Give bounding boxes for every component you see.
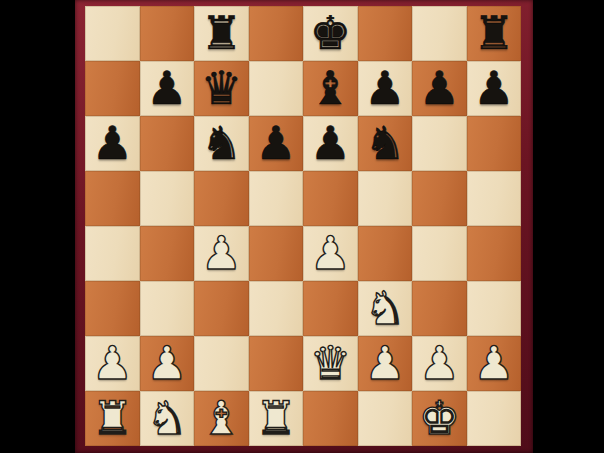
square-b7[interactable]: ♟ <box>140 61 195 116</box>
chess-board: ♜♚♜♟♛♝♟♟♟♟♞♟♟♞♟♟♞♟♟♛♟♟♟♜♞♝♜♚ <box>85 6 521 446</box>
black-knight-piece: ♞ <box>364 120 405 166</box>
black-pawn-piece: ♟ <box>310 120 351 166</box>
square-h7[interactable]: ♟ <box>467 61 522 116</box>
white-pawn-piece: ♟ <box>364 340 405 386</box>
square-e5[interactable] <box>303 171 358 226</box>
white-pawn-piece: ♟ <box>146 340 187 386</box>
white-rook-piece: ♜ <box>92 395 133 441</box>
square-c4[interactable]: ♟ <box>194 226 249 281</box>
square-h2[interactable]: ♟ <box>467 336 522 391</box>
square-a5[interactable] <box>85 171 140 226</box>
square-e7[interactable]: ♝ <box>303 61 358 116</box>
square-e1[interactable] <box>303 391 358 446</box>
square-a4[interactable] <box>85 226 140 281</box>
square-f8[interactable] <box>358 6 413 61</box>
square-b1[interactable]: ♞ <box>140 391 195 446</box>
black-pawn-piece: ♟ <box>473 65 514 111</box>
square-c3[interactable] <box>194 281 249 336</box>
square-c2[interactable] <box>194 336 249 391</box>
square-h1[interactable] <box>467 391 522 446</box>
square-d3[interactable] <box>249 281 304 336</box>
square-b2[interactable]: ♟ <box>140 336 195 391</box>
square-d8[interactable] <box>249 6 304 61</box>
square-f3[interactable]: ♞ <box>358 281 413 336</box>
black-pawn-piece: ♟ <box>364 65 405 111</box>
white-pawn-piece: ♟ <box>310 230 351 276</box>
square-a6[interactable]: ♟ <box>85 116 140 171</box>
square-c6[interactable]: ♞ <box>194 116 249 171</box>
black-rook-piece: ♜ <box>473 10 514 56</box>
square-a8[interactable] <box>85 6 140 61</box>
square-g2[interactable]: ♟ <box>412 336 467 391</box>
square-d4[interactable] <box>249 226 304 281</box>
square-b3[interactable] <box>140 281 195 336</box>
square-c7[interactable]: ♛ <box>194 61 249 116</box>
square-h5[interactable] <box>467 171 522 226</box>
square-h6[interactable] <box>467 116 522 171</box>
square-e6[interactable]: ♟ <box>303 116 358 171</box>
black-pawn-piece: ♟ <box>419 65 460 111</box>
white-pawn-piece: ♟ <box>419 340 460 386</box>
white-knight-piece: ♞ <box>364 285 405 331</box>
screenshot-stage: ♜♚♜♟♛♝♟♟♟♟♞♟♟♞♟♟♞♟♟♛♟♟♟♜♞♝♜♚ <box>0 0 604 453</box>
square-f7[interactable]: ♟ <box>358 61 413 116</box>
square-e4[interactable]: ♟ <box>303 226 358 281</box>
square-g7[interactable]: ♟ <box>412 61 467 116</box>
square-f4[interactable] <box>358 226 413 281</box>
black-rook-piece: ♜ <box>201 10 242 56</box>
black-pawn-piece: ♟ <box>255 120 296 166</box>
square-g8[interactable] <box>412 6 467 61</box>
square-g4[interactable] <box>412 226 467 281</box>
square-e2[interactable]: ♛ <box>303 336 358 391</box>
square-a1[interactable]: ♜ <box>85 391 140 446</box>
square-a3[interactable] <box>85 281 140 336</box>
square-h8[interactable]: ♜ <box>467 6 522 61</box>
square-b6[interactable] <box>140 116 195 171</box>
square-c5[interactable] <box>194 171 249 226</box>
white-bishop-piece: ♝ <box>201 395 242 441</box>
square-g1[interactable]: ♚ <box>412 391 467 446</box>
square-e8[interactable]: ♚ <box>303 6 358 61</box>
square-e3[interactable] <box>303 281 358 336</box>
square-d2[interactable] <box>249 336 304 391</box>
square-d7[interactable] <box>249 61 304 116</box>
square-c8[interactable]: ♜ <box>194 6 249 61</box>
white-king-piece: ♚ <box>419 395 460 441</box>
white-knight-piece: ♞ <box>146 395 187 441</box>
square-a7[interactable] <box>85 61 140 116</box>
white-queen-piece: ♛ <box>310 340 351 386</box>
white-rook-piece: ♜ <box>255 395 296 441</box>
square-g5[interactable] <box>412 171 467 226</box>
square-b4[interactable] <box>140 226 195 281</box>
black-bishop-piece: ♝ <box>310 65 351 111</box>
square-b8[interactable] <box>140 6 195 61</box>
chess-board-frame: ♜♚♜♟♛♝♟♟♟♟♞♟♟♞♟♟♞♟♟♛♟♟♟♜♞♝♜♚ <box>75 0 533 453</box>
square-g6[interactable] <box>412 116 467 171</box>
square-b5[interactable] <box>140 171 195 226</box>
square-f1[interactable] <box>358 391 413 446</box>
white-pawn-piece: ♟ <box>92 340 133 386</box>
white-pawn-piece: ♟ <box>473 340 514 386</box>
square-h4[interactable] <box>467 226 522 281</box>
black-queen-piece: ♛ <box>201 65 242 111</box>
square-f6[interactable]: ♞ <box>358 116 413 171</box>
white-pawn-piece: ♟ <box>201 230 242 276</box>
square-a2[interactable]: ♟ <box>85 336 140 391</box>
square-f2[interactable]: ♟ <box>358 336 413 391</box>
square-h3[interactable] <box>467 281 522 336</box>
black-pawn-piece: ♟ <box>92 120 133 166</box>
square-g3[interactable] <box>412 281 467 336</box>
black-king-piece: ♚ <box>310 10 351 56</box>
square-d6[interactable]: ♟ <box>249 116 304 171</box>
square-f5[interactable] <box>358 171 413 226</box>
square-d5[interactable] <box>249 171 304 226</box>
square-c1[interactable]: ♝ <box>194 391 249 446</box>
black-knight-piece: ♞ <box>201 120 242 166</box>
letterbox-right <box>533 0 604 453</box>
black-pawn-piece: ♟ <box>146 65 187 111</box>
square-d1[interactable]: ♜ <box>249 391 304 446</box>
letterbox-left <box>0 0 75 453</box>
